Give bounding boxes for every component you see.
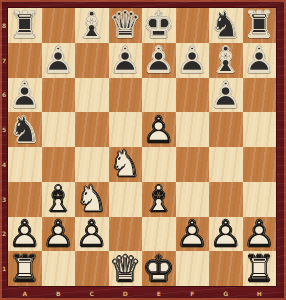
black-rook-outline-icon: ♖ <box>8 8 42 43</box>
square-c2[interactable]: ♟♙ <box>75 217 109 252</box>
square-e1[interactable]: ♚♔ <box>142 251 176 286</box>
file-label-c: C <box>75 286 109 300</box>
square-f2[interactable]: ♟♙ <box>176 217 210 252</box>
white-bishop-outline-icon: ♗ <box>42 182 76 217</box>
square-h7[interactable]: ♟♙ <box>243 43 277 78</box>
square-d4[interactable]: ♞♘ <box>109 147 143 182</box>
square-g7[interactable]: ♝♗ <box>209 43 243 78</box>
black-pawn-outline-icon: ♙ <box>8 78 42 113</box>
square-d8[interactable]: ♛♕ <box>109 8 143 43</box>
piece-black-pawn-b7[interactable]: ♟♙ <box>42 43 76 78</box>
square-h4[interactable] <box>243 147 277 182</box>
piece-black-pawn-g6[interactable]: ♟♙ <box>209 78 243 113</box>
square-e7[interactable]: ♟♙ <box>142 43 176 78</box>
black-queen-outline-icon: ♕ <box>109 8 143 43</box>
rank-label-3: 3 <box>0 182 8 217</box>
piece-black-bishop-c8[interactable]: ♝♗ <box>75 8 109 43</box>
rank-label-7: 7 <box>0 43 8 78</box>
square-g3[interactable] <box>209 182 243 217</box>
square-b3[interactable]: ♝♗ <box>42 182 76 217</box>
piece-white-rook-a1[interactable]: ♜♖ <box>8 251 42 286</box>
piece-white-pawn-c2[interactable]: ♟♙ <box>75 217 109 252</box>
file-labels: ABCDEFGH <box>8 286 276 300</box>
white-rook-outline-icon: ♖ <box>243 251 277 286</box>
rank-label-5: 5 <box>0 112 8 147</box>
square-d7[interactable]: ♟♙ <box>109 43 143 78</box>
file-label-f: F <box>176 286 210 300</box>
square-f1[interactable] <box>176 251 210 286</box>
square-a4[interactable] <box>8 147 42 182</box>
black-pawn-outline-icon: ♙ <box>209 78 243 113</box>
black-pawn-outline-icon: ♙ <box>243 43 277 78</box>
white-pawn-outline-icon: ♙ <box>42 217 76 252</box>
file-label-e: E <box>142 286 176 300</box>
square-a1[interactable]: ♜♖ <box>8 251 42 286</box>
white-pawn-outline-icon: ♙ <box>176 217 210 252</box>
square-c4[interactable] <box>75 147 109 182</box>
white-pawn-outline-icon: ♙ <box>142 112 176 147</box>
white-rook-outline-icon: ♖ <box>8 251 42 286</box>
black-knight-outline-icon: ♘ <box>209 8 243 43</box>
piece-black-king-e8[interactable]: ♚♔ <box>142 8 176 43</box>
piece-white-bishop-e3[interactable]: ♝♗ <box>142 182 176 217</box>
square-a6[interactable]: ♟♙ <box>8 78 42 113</box>
square-c6[interactable] <box>75 78 109 113</box>
rank-label-1: 1 <box>0 251 8 286</box>
file-label-h: H <box>243 286 277 300</box>
square-a7[interactable] <box>8 43 42 78</box>
square-g1[interactable] <box>209 251 243 286</box>
square-f5[interactable] <box>176 112 210 147</box>
black-knight-outline-icon: ♘ <box>8 112 42 147</box>
square-b4[interactable] <box>42 147 76 182</box>
square-e4[interactable] <box>142 147 176 182</box>
white-pawn-outline-icon: ♙ <box>243 217 277 252</box>
square-g2[interactable]: ♟♙ <box>209 217 243 252</box>
square-e5[interactable]: ♟♙ <box>142 112 176 147</box>
rank-label-2: 2 <box>0 217 8 252</box>
square-f4[interactable] <box>176 147 210 182</box>
white-pawn-outline-icon: ♙ <box>75 217 109 252</box>
square-f3[interactable] <box>176 182 210 217</box>
square-b2[interactable]: ♟♙ <box>42 217 76 252</box>
piece-white-pawn-e5[interactable]: ♟♙ <box>142 112 176 147</box>
square-g4[interactable] <box>209 147 243 182</box>
square-d5[interactable] <box>109 112 143 147</box>
square-h3[interactable] <box>243 182 277 217</box>
black-bishop-outline-icon: ♗ <box>75 8 109 43</box>
square-b6[interactable] <box>42 78 76 113</box>
square-a3[interactable] <box>8 182 42 217</box>
square-h8[interactable]: ♜♖ <box>243 8 277 43</box>
file-label-g: G <box>209 286 243 300</box>
file-label-a: A <box>8 286 42 300</box>
piece-black-rook-h8[interactable]: ♜♖ <box>243 8 277 43</box>
square-g8[interactable]: ♞♘ <box>209 8 243 43</box>
square-a8[interactable]: ♜♖ <box>8 8 42 43</box>
piece-black-rook-a8[interactable]: ♜♖ <box>8 8 42 43</box>
piece-black-pawn-d7[interactable]: ♟♙ <box>109 43 143 78</box>
piece-white-bishop-b3[interactable]: ♝♗ <box>42 182 76 217</box>
white-pawn-outline-icon: ♙ <box>209 217 243 252</box>
piece-white-pawn-g2[interactable]: ♟♙ <box>209 217 243 252</box>
square-e2[interactable] <box>142 217 176 252</box>
file-label-d: D <box>109 286 143 300</box>
piece-white-king-e1[interactable]: ♚♔ <box>142 251 176 286</box>
black-pawn-outline-icon: ♙ <box>142 43 176 78</box>
rank-labels: 87654321 <box>0 8 8 286</box>
square-b1[interactable] <box>42 251 76 286</box>
square-h1[interactable]: ♜♖ <box>243 251 277 286</box>
black-pawn-outline-icon: ♙ <box>109 43 143 78</box>
piece-black-pawn-a6[interactable]: ♟♙ <box>8 78 42 113</box>
square-g6[interactable]: ♟♙ <box>209 78 243 113</box>
piece-black-bishop-g7[interactable]: ♝♗ <box>209 43 243 78</box>
square-f8[interactable] <box>176 8 210 43</box>
piece-white-pawn-b2[interactable]: ♟♙ <box>42 217 76 252</box>
square-f6[interactable] <box>176 78 210 113</box>
rank-label-6: 6 <box>0 78 8 113</box>
square-c3[interactable]: ♞♘ <box>75 182 109 217</box>
black-bishop-outline-icon: ♗ <box>209 43 243 78</box>
square-c7[interactable] <box>75 43 109 78</box>
square-b8[interactable] <box>42 8 76 43</box>
square-c8[interactable]: ♝♗ <box>75 8 109 43</box>
piece-white-pawn-a2[interactable]: ♟♙ <box>8 217 42 252</box>
piece-white-knight-d4[interactable]: ♞♘ <box>109 147 143 182</box>
chess-board: ♜♖♝♗♛♕♚♔♞♘♜♖♟♙♟♙♟♙♟♙♝♗♟♙♟♙♟♙♞♘♟♙♞♘♝♗♞♘♝♗… <box>0 0 286 300</box>
square-h2[interactable]: ♟♙ <box>243 217 277 252</box>
piece-black-pawn-h7[interactable]: ♟♙ <box>243 43 277 78</box>
square-a2[interactable]: ♟♙ <box>8 217 42 252</box>
square-e6[interactable] <box>142 78 176 113</box>
square-c5[interactable] <box>75 112 109 147</box>
white-knight-outline-icon: ♘ <box>109 147 143 182</box>
white-bishop-outline-icon: ♗ <box>142 182 176 217</box>
white-queen-outline-icon: ♕ <box>109 251 143 286</box>
black-king-outline-icon: ♔ <box>142 8 176 43</box>
white-knight-outline-icon: ♘ <box>75 182 109 217</box>
board-grid: ♜♖♝♗♛♕♚♔♞♘♜♖♟♙♟♙♟♙♟♙♝♗♟♙♟♙♟♙♞♘♟♙♞♘♝♗♞♘♝♗… <box>8 8 276 286</box>
square-d2[interactable] <box>109 217 143 252</box>
square-d6[interactable] <box>109 78 143 113</box>
piece-black-queen-d8[interactable]: ♛♕ <box>109 8 143 43</box>
square-a5[interactable]: ♞♘ <box>8 112 42 147</box>
file-label-b: B <box>42 286 76 300</box>
square-h6[interactable] <box>243 78 277 113</box>
white-pawn-outline-icon: ♙ <box>8 217 42 252</box>
square-g5[interactable] <box>209 112 243 147</box>
square-c1[interactable] <box>75 251 109 286</box>
black-pawn-outline-icon: ♙ <box>42 43 76 78</box>
square-e3[interactable]: ♝♗ <box>142 182 176 217</box>
piece-white-knight-c3[interactable]: ♞♘ <box>75 182 109 217</box>
square-b5[interactable] <box>42 112 76 147</box>
piece-black-pawn-e7[interactable]: ♟♙ <box>142 43 176 78</box>
piece-white-pawn-h2[interactable]: ♟♙ <box>243 217 277 252</box>
piece-white-rook-h1[interactable]: ♜♖ <box>243 251 277 286</box>
black-rook-outline-icon: ♖ <box>243 8 277 43</box>
square-f7[interactable]: ♟♙ <box>176 43 210 78</box>
square-d3[interactable] <box>109 182 143 217</box>
piece-black-knight-g8[interactable]: ♞♘ <box>209 8 243 43</box>
white-king-outline-icon: ♔ <box>142 251 176 286</box>
piece-black-knight-a5[interactable]: ♞♘ <box>8 112 42 147</box>
piece-white-queen-d1[interactable]: ♛♕ <box>109 251 143 286</box>
piece-black-pawn-f7[interactable]: ♟♙ <box>176 43 210 78</box>
square-b7[interactable]: ♟♙ <box>42 43 76 78</box>
square-d1[interactable]: ♛♕ <box>109 251 143 286</box>
black-pawn-outline-icon: ♙ <box>176 43 210 78</box>
rank-label-8: 8 <box>0 8 8 43</box>
square-h5[interactable] <box>243 112 277 147</box>
piece-white-pawn-f2[interactable]: ♟♙ <box>176 217 210 252</box>
square-e8[interactable]: ♚♔ <box>142 8 176 43</box>
rank-label-4: 4 <box>0 147 8 182</box>
